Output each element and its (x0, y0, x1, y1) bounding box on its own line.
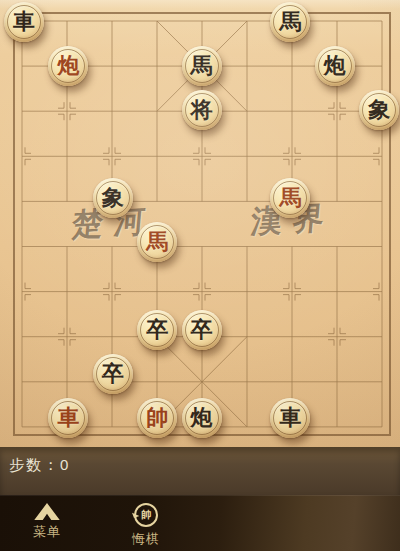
black-chariot-piece[interactable]: 車 (4, 2, 44, 42)
red-chariot-piece[interactable]: 車 (48, 398, 88, 438)
black-elephant-piece[interactable]: 象 (359, 90, 399, 130)
piece-char: 炮 (191, 406, 213, 428)
piece-char: 車 (13, 10, 35, 32)
black-general-piece[interactable]: 将 (182, 90, 222, 130)
bottom-nav-bar: 菜单 帥 悔棋 九游 (0, 495, 400, 551)
piece-char: 馬 (279, 186, 301, 208)
menu-button[interactable]: 菜单 (12, 503, 82, 541)
pieces-layer: 車馬炮馬炮将象象馬馬卒卒卒車帥炮車 (0, 0, 400, 447)
black-horse-piece[interactable]: 馬 (182, 46, 222, 86)
piece-char: 炮 (324, 54, 346, 76)
status-bar: 步数：0 (0, 447, 400, 495)
piece-char: 卒 (102, 362, 124, 384)
black-chariot-piece[interactable]: 車 (270, 398, 310, 438)
piece-char: 馬 (279, 10, 301, 32)
piece-char: 将 (191, 98, 213, 120)
piece-char: 象 (368, 98, 390, 120)
step-counter: 步数：0 (9, 456, 70, 475)
black-cannon-piece[interactable]: 炮 (182, 398, 222, 438)
black-soldier-piece[interactable]: 卒 (137, 310, 177, 350)
red-horse-piece[interactable]: 馬 (270, 178, 310, 218)
undo-button[interactable]: 帥 悔棋 (111, 503, 181, 548)
piece-char: 馬 (146, 230, 168, 252)
black-elephant-piece[interactable]: 象 (93, 178, 133, 218)
piece-char: 車 (279, 406, 301, 428)
xiangqi-app-screen: 楚河 漢界 車馬炮馬炮将象象馬馬卒卒卒車帥炮車 步数：0 菜单 帥 悔棋 九游 (0, 0, 400, 551)
piece-char: 象 (102, 186, 124, 208)
black-soldier-piece[interactable]: 卒 (182, 310, 222, 350)
red-cannon-piece[interactable]: 炮 (48, 46, 88, 86)
red-general-piece[interactable]: 帥 (137, 398, 177, 438)
piece-char: 炮 (57, 54, 79, 76)
black-soldier-piece[interactable]: 卒 (93, 354, 133, 394)
piece-char: 卒 (146, 318, 168, 340)
menu-icon (34, 503, 60, 520)
black-horse-piece[interactable]: 馬 (270, 2, 310, 42)
piece-char: 馬 (191, 54, 213, 76)
black-cannon-piece[interactable]: 炮 (315, 46, 355, 86)
xiangqi-board[interactable]: 楚河 漢界 車馬炮馬炮将象象馬馬卒卒卒車帥炮車 (0, 0, 400, 447)
menu-button-label: 菜单 (33, 523, 61, 541)
piece-char: 帥 (146, 406, 168, 428)
undo-button-label: 悔棋 (132, 530, 160, 548)
red-horse-piece[interactable]: 馬 (137, 222, 177, 262)
piece-char: 卒 (191, 318, 213, 340)
piece-char: 車 (57, 406, 79, 428)
undo-icon-char: 帥 (141, 508, 151, 522)
undo-move-icon: 帥 (134, 503, 158, 527)
